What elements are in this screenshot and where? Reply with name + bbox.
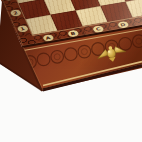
box-body (0, 0, 142, 142)
photo-stage: 87654321ABCDEFGH (0, 0, 142, 142)
